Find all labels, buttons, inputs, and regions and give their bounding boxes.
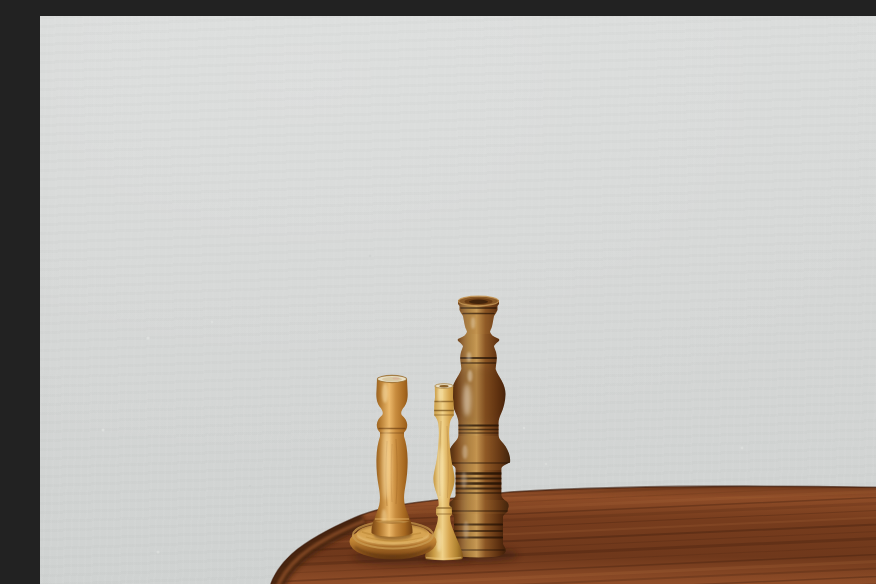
candle-socket-right xyxy=(459,296,499,306)
candle-socket-left xyxy=(377,375,406,382)
scene-svg xyxy=(40,16,876,584)
wooden-bowl xyxy=(350,521,437,560)
candle-socket-middle xyxy=(435,384,453,389)
table xyxy=(218,470,876,584)
still-life-photo xyxy=(40,16,876,584)
